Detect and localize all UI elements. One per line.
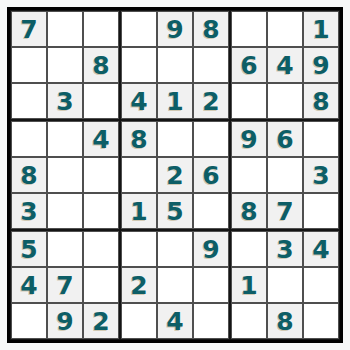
sudoku-cell: 8 (83, 47, 119, 83)
sudoku-cell[interactable] (303, 303, 339, 339)
sudoku-cell[interactable] (11, 83, 47, 119)
sudoku-cell[interactable] (47, 231, 83, 267)
sudoku-cell: 1 (303, 11, 339, 47)
sudoku-cell[interactable] (267, 267, 303, 303)
sudoku-box: 483 (10, 120, 120, 230)
sudoku-box: 98412 (120, 10, 230, 120)
sudoku-cell: 7 (267, 193, 303, 229)
sudoku-cell: 9 (157, 11, 193, 47)
sudoku-box: 924 (120, 230, 230, 340)
sudoku-cell: 8 (121, 121, 157, 157)
sudoku-cell[interactable] (83, 157, 119, 193)
sudoku-cell[interactable] (83, 267, 119, 303)
sudoku-cell[interactable] (193, 121, 229, 157)
sudoku-cell: 7 (47, 267, 83, 303)
sudoku-cell: 6 (231, 47, 267, 83)
sudoku-cell[interactable] (47, 11, 83, 47)
sudoku-cell: 4 (121, 83, 157, 119)
sudoku-cell[interactable] (193, 47, 229, 83)
sudoku-cell: 6 (267, 121, 303, 157)
sudoku-cell: 9 (193, 231, 229, 267)
sudoku-cell[interactable] (157, 121, 193, 157)
sudoku-cell: 3 (303, 157, 339, 193)
sudoku-cell[interactable] (47, 47, 83, 83)
sudoku-cell[interactable] (47, 157, 83, 193)
sudoku-cell: 9 (303, 47, 339, 83)
sudoku-cell[interactable] (303, 121, 339, 157)
sudoku-cell: 8 (193, 11, 229, 47)
sudoku-cell: 8 (267, 303, 303, 339)
sudoku-cell[interactable] (231, 157, 267, 193)
sudoku-cell[interactable] (157, 267, 193, 303)
sudoku-cell[interactable] (83, 193, 119, 229)
sudoku-cell[interactable] (303, 193, 339, 229)
sudoku-cell[interactable] (157, 47, 193, 83)
sudoku-cell[interactable] (303, 267, 339, 303)
sudoku-cell[interactable] (11, 303, 47, 339)
sudoku-cell: 4 (157, 303, 193, 339)
sudoku-cell: 8 (11, 157, 47, 193)
sudoku-box: 783 (10, 10, 120, 120)
sudoku-cell[interactable] (193, 303, 229, 339)
sudoku-cell[interactable] (121, 11, 157, 47)
sudoku-cell: 6 (193, 157, 229, 193)
sudoku-cell: 2 (121, 267, 157, 303)
sudoku-cell[interactable] (121, 231, 157, 267)
sudoku-cell[interactable] (267, 11, 303, 47)
sudoku-cell: 4 (267, 47, 303, 83)
sudoku-cell[interactable] (231, 83, 267, 119)
sudoku-cell: 3 (11, 193, 47, 229)
sudoku-cell[interactable] (47, 121, 83, 157)
sudoku-cell: 2 (157, 157, 193, 193)
sudoku-box: 54792 (10, 230, 120, 340)
sudoku-cell[interactable] (193, 193, 229, 229)
sudoku-cell[interactable] (11, 47, 47, 83)
sudoku-box: 96387 (230, 120, 340, 230)
sudoku-cell: 4 (303, 231, 339, 267)
sudoku-cell[interactable] (231, 11, 267, 47)
sudoku-cell[interactable] (267, 83, 303, 119)
sudoku-cell: 8 (231, 193, 267, 229)
sudoku-cell[interactable] (11, 121, 47, 157)
sudoku-cell[interactable] (157, 231, 193, 267)
sudoku-cell[interactable] (121, 157, 157, 193)
sudoku-cell[interactable] (193, 267, 229, 303)
sudoku-cell[interactable] (121, 47, 157, 83)
sudoku-cell: 2 (83, 303, 119, 339)
sudoku-cell: 2 (193, 83, 229, 119)
sudoku-cell: 4 (83, 121, 119, 157)
sudoku-cell[interactable] (231, 303, 267, 339)
sudoku-box: 16498 (230, 10, 340, 120)
sudoku-board: 78398412164984838261596387547929243418 (7, 7, 343, 343)
sudoku-cell: 3 (267, 231, 303, 267)
sudoku-cell: 1 (231, 267, 267, 303)
sudoku-cell: 3 (47, 83, 83, 119)
sudoku-cell[interactable] (83, 83, 119, 119)
sudoku-cell[interactable] (121, 303, 157, 339)
sudoku-cell[interactable] (231, 231, 267, 267)
sudoku-cell: 7 (11, 11, 47, 47)
sudoku-cell: 9 (47, 303, 83, 339)
sudoku-cell[interactable] (267, 157, 303, 193)
sudoku-box: 3418 (230, 230, 340, 340)
sudoku-cell: 5 (11, 231, 47, 267)
sudoku-cell: 5 (157, 193, 193, 229)
sudoku-cell: 1 (157, 83, 193, 119)
sudoku-cell[interactable] (83, 231, 119, 267)
sudoku-cell: 8 (303, 83, 339, 119)
sudoku-cell[interactable] (47, 193, 83, 229)
sudoku-box: 82615 (120, 120, 230, 230)
sudoku-cell[interactable] (83, 11, 119, 47)
sudoku-cell: 1 (121, 193, 157, 229)
sudoku-cell: 9 (231, 121, 267, 157)
sudoku-cell: 4 (11, 267, 47, 303)
